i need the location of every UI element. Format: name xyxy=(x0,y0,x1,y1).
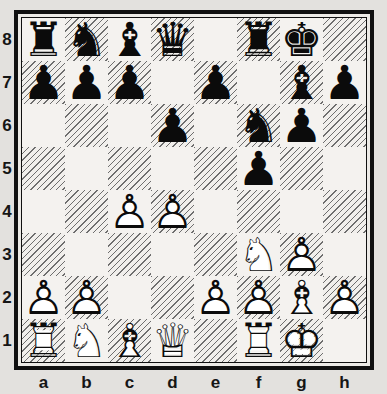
white-pawn: ♙ xyxy=(22,276,65,319)
file-label-d: d xyxy=(151,371,194,393)
white-pawn: ♙ xyxy=(280,233,323,276)
white-rook: ♖ xyxy=(22,319,65,362)
white-knight: ♘ xyxy=(237,233,280,276)
square-a7[interactable]: ♟ xyxy=(22,61,65,104)
black-rook: ♜ xyxy=(237,18,280,61)
square-e1[interactable] xyxy=(194,319,237,362)
chess-diagram: 87654321 ♜♞♝♛♜♚♟♟♟♟♝♟♟♞♟♟♟♙♟♙♞♘♟♙♟♙♟♙♟♙♟… xyxy=(0,0,387,394)
white-pawn: ♙ xyxy=(65,276,108,319)
square-f1[interactable]: ♜♖ xyxy=(237,319,280,362)
rank-label-4: 4 xyxy=(0,190,14,233)
square-d3[interactable] xyxy=(151,233,194,276)
square-h3[interactable] xyxy=(323,233,366,276)
square-g2[interactable]: ♝♗ xyxy=(280,276,323,319)
rank-label-6: 6 xyxy=(0,104,14,147)
file-label-a: a xyxy=(22,371,65,393)
square-b6[interactable] xyxy=(65,104,108,147)
square-c8[interactable]: ♝ xyxy=(108,18,151,61)
black-pawn: ♟ xyxy=(151,104,194,147)
square-c4[interactable]: ♟♙ xyxy=(108,190,151,233)
black-pawn: ♟ xyxy=(280,104,323,147)
square-b8[interactable]: ♞ xyxy=(65,18,108,61)
file-label-e: e xyxy=(194,371,237,393)
square-c5[interactable] xyxy=(108,147,151,190)
square-e8[interactable] xyxy=(194,18,237,61)
file-label-h: h xyxy=(323,371,366,393)
square-d8[interactable]: ♛ xyxy=(151,18,194,61)
square-c1[interactable]: ♝♗ xyxy=(108,319,151,362)
square-d1[interactable]: ♛♕ xyxy=(151,319,194,362)
white-queen: ♕ xyxy=(151,319,194,362)
square-g7[interactable]: ♝ xyxy=(280,61,323,104)
square-e5[interactable] xyxy=(194,147,237,190)
square-c6[interactable] xyxy=(108,104,151,147)
rank-label-3: 3 xyxy=(0,233,14,276)
white-pawn: ♙ xyxy=(108,190,151,233)
square-e2[interactable]: ♟♙ xyxy=(194,276,237,319)
square-d2[interactable] xyxy=(151,276,194,319)
white-knight: ♘ xyxy=(65,319,108,362)
square-a8[interactable]: ♜ xyxy=(22,18,65,61)
square-d4[interactable]: ♟♙ xyxy=(151,190,194,233)
square-f2[interactable]: ♟♙ xyxy=(237,276,280,319)
square-f3[interactable]: ♞♘ xyxy=(237,233,280,276)
white-pawn: ♙ xyxy=(194,276,237,319)
square-e6[interactable] xyxy=(194,104,237,147)
square-f6[interactable]: ♞ xyxy=(237,104,280,147)
white-pawn: ♙ xyxy=(151,190,194,233)
square-h8[interactable] xyxy=(323,18,366,61)
rank-labels: 87654321 xyxy=(0,18,14,362)
square-a2[interactable]: ♟♙ xyxy=(22,276,65,319)
square-c7[interactable]: ♟ xyxy=(108,61,151,104)
square-b3[interactable] xyxy=(65,233,108,276)
square-a1[interactable]: ♜♖ xyxy=(22,319,65,362)
square-g8[interactable]: ♚ xyxy=(280,18,323,61)
square-c2[interactable] xyxy=(108,276,151,319)
square-h4[interactable] xyxy=(323,190,366,233)
square-d6[interactable]: ♟ xyxy=(151,104,194,147)
white-bishop: ♗ xyxy=(280,276,323,319)
chess-board: ♜♞♝♛♜♚♟♟♟♟♝♟♟♞♟♟♟♙♟♙♞♘♟♙♟♙♟♙♟♙♟♙♝♗♟♙♜♖♞♘… xyxy=(14,10,374,370)
black-bishop: ♝ xyxy=(280,61,323,104)
square-g1[interactable]: ♚♔ xyxy=(280,319,323,362)
rank-label-7: 7 xyxy=(0,61,14,104)
square-f5[interactable]: ♟ xyxy=(237,147,280,190)
black-pawn: ♟ xyxy=(194,61,237,104)
square-f7[interactable] xyxy=(237,61,280,104)
black-rook: ♜ xyxy=(22,18,65,61)
square-h7[interactable]: ♟ xyxy=(323,61,366,104)
rank-label-2: 2 xyxy=(0,276,14,319)
rank-label-8: 8 xyxy=(0,18,14,61)
rank-label-5: 5 xyxy=(0,147,14,190)
white-bishop: ♗ xyxy=(108,319,151,362)
black-king: ♚ xyxy=(280,18,323,61)
square-b5[interactable] xyxy=(65,147,108,190)
square-b1[interactable]: ♞♘ xyxy=(65,319,108,362)
square-g4[interactable] xyxy=(280,190,323,233)
square-a6[interactable] xyxy=(22,104,65,147)
square-b4[interactable] xyxy=(65,190,108,233)
black-queen: ♛ xyxy=(151,18,194,61)
white-pawn: ♙ xyxy=(237,276,280,319)
board-grid: ♜♞♝♛♜♚♟♟♟♟♝♟♟♞♟♟♟♙♟♙♞♘♟♙♟♙♟♙♟♙♟♙♝♗♟♙♜♖♞♘… xyxy=(22,18,366,362)
file-label-f: f xyxy=(237,371,280,393)
square-h2[interactable]: ♟♙ xyxy=(323,276,366,319)
file-label-b: b xyxy=(65,371,108,393)
square-a3[interactable] xyxy=(22,233,65,276)
square-a5[interactable] xyxy=(22,147,65,190)
black-pawn: ♟ xyxy=(65,61,108,104)
square-d7[interactable] xyxy=(151,61,194,104)
black-pawn: ♟ xyxy=(22,61,65,104)
black-knight: ♞ xyxy=(237,104,280,147)
square-g5[interactable] xyxy=(280,147,323,190)
black-pawn: ♟ xyxy=(237,147,280,190)
square-h1[interactable] xyxy=(323,319,366,362)
square-g3[interactable]: ♟♙ xyxy=(280,233,323,276)
square-g6[interactable]: ♟ xyxy=(280,104,323,147)
square-b2[interactable]: ♟♙ xyxy=(65,276,108,319)
white-rook: ♖ xyxy=(237,319,280,362)
file-label-c: c xyxy=(108,371,151,393)
file-label-g: g xyxy=(280,371,323,393)
board-frame-inner: ♜♞♝♛♜♚♟♟♟♟♝♟♟♞♟♟♟♙♟♙♞♘♟♙♟♙♟♙♟♙♟♙♝♗♟♙♜♖♞♘… xyxy=(21,17,367,363)
square-c3[interactable] xyxy=(108,233,151,276)
square-f4[interactable] xyxy=(237,190,280,233)
black-knight: ♞ xyxy=(65,18,108,61)
file-labels: abcdefgh xyxy=(22,371,366,393)
black-bishop: ♝ xyxy=(108,18,151,61)
rank-label-1: 1 xyxy=(0,319,14,362)
square-e7[interactable]: ♟ xyxy=(194,61,237,104)
square-e3[interactable] xyxy=(194,233,237,276)
white-king: ♔ xyxy=(280,319,323,362)
white-pawn: ♙ xyxy=(323,276,366,319)
black-pawn: ♟ xyxy=(108,61,151,104)
square-d5[interactable] xyxy=(151,147,194,190)
square-b7[interactable]: ♟ xyxy=(65,61,108,104)
black-pawn: ♟ xyxy=(323,61,366,104)
square-h5[interactable] xyxy=(323,147,366,190)
square-h6[interactable] xyxy=(323,104,366,147)
square-a4[interactable] xyxy=(22,190,65,233)
square-e4[interactable] xyxy=(194,190,237,233)
square-f8[interactable]: ♜ xyxy=(237,18,280,61)
